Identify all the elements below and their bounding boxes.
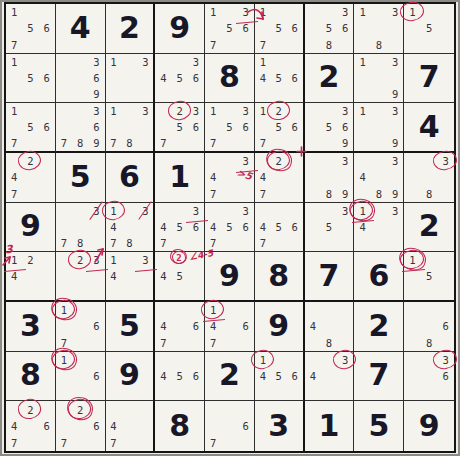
candidate-digit: 6 <box>238 119 254 135</box>
cell-r2c7[interactable]: 2 <box>305 54 355 104</box>
candidate-digit: 7 <box>6 36 22 52</box>
cell-r2c1[interactable]: 156 <box>6 54 56 104</box>
candidate-digit: 6 <box>88 70 104 86</box>
candidate-digit: 4 <box>255 368 271 384</box>
candidate-digit: 8 <box>72 235 88 251</box>
given-digit: 5 <box>354 401 403 451</box>
cell-r6c2[interactable]: 23 <box>56 252 106 302</box>
given-digit: 9 <box>155 4 204 53</box>
candidate-digit: 3 <box>238 103 254 119</box>
cell-r8c7[interactable]: 34 <box>305 352 355 402</box>
cell-r3c3[interactable]: 1378 <box>106 103 156 153</box>
candidate-digit: 3 <box>437 352 454 368</box>
candidate-digit: 3 <box>238 4 254 20</box>
cell-r6c7[interactable]: 7 <box>305 252 355 302</box>
cell-r8c4[interactable]: 456 <box>155 352 205 402</box>
cell-r2c3[interactable]: 13 <box>106 54 156 104</box>
candidate-digit: 8 <box>371 36 387 52</box>
given-digit: 9 <box>205 252 254 300</box>
given-digit: 5 <box>56 153 105 202</box>
cell-r7c7[interactable]: 48 <box>305 302 355 352</box>
candidate-digit: 1 <box>255 4 271 20</box>
candidate-digit: 4 <box>305 318 321 334</box>
candidate-digit: 8 <box>72 135 88 151</box>
cell-r4c7[interactable]: 389 <box>305 153 355 203</box>
cell-r8c8[interactable]: 7 <box>354 352 404 402</box>
candidate-digit: 7 <box>155 235 171 251</box>
candidate-digit: 1 <box>354 103 370 119</box>
candidate-digit: 5 <box>271 20 287 36</box>
cell-r9c1[interactable]: 2467 <box>6 401 56 451</box>
candidate-digit: 1 <box>205 4 221 20</box>
candidate-digit: 7 <box>56 434 72 451</box>
cell-r4c3[interactable]: 6 <box>106 153 156 203</box>
cell-r5c5[interactable]: 34567 <box>205 203 255 253</box>
candidate-digit: 6 <box>238 418 254 435</box>
candidate-digit: 4 <box>155 268 171 284</box>
cell-r3c5[interactable]: 13567 <box>205 103 255 153</box>
candidate-digit: 3 <box>387 4 403 20</box>
given-digit: 2 <box>354 302 403 351</box>
candidate-digit: 5 <box>172 219 188 235</box>
candidate-digit: 7 <box>205 135 221 151</box>
candidate-digit: 6 <box>38 119 54 135</box>
given-digit: 2 <box>106 4 154 53</box>
cell-r9c2[interactable]: 267 <box>56 401 106 451</box>
candidate-digit: 3 <box>137 252 153 268</box>
candidate-digit: 9 <box>337 185 353 201</box>
cell-r9c4[interactable]: 8 <box>155 401 205 451</box>
candidate-digit: 5 <box>22 20 38 36</box>
candidate-digit: 3 <box>88 54 104 70</box>
cell-r6c9[interactable]: 15 <box>404 252 454 302</box>
candidate-digit: 2 <box>72 252 88 268</box>
candidate-digit: 6 <box>88 318 104 334</box>
candidate-digit: 3 <box>238 153 254 169</box>
candidate-digit: 1 <box>255 54 271 70</box>
candidate-digit: 5 <box>321 119 337 135</box>
candidate-digit: 6 <box>188 318 204 334</box>
candidate-digit: 6 <box>287 70 303 86</box>
candidate-digit: 6 <box>287 219 303 235</box>
candidate-digit: 6 <box>88 418 104 435</box>
given-digit: 2 <box>404 203 454 252</box>
candidate-digit: 7 <box>6 185 22 201</box>
candidate-digit: 3 <box>238 203 254 219</box>
candidate-digit: 4 <box>255 219 271 235</box>
candidate-digit: 5 <box>271 119 287 135</box>
candidate-digit: 3 <box>387 153 403 169</box>
given-digit: 6 <box>106 153 154 202</box>
candidate-digit: 4 <box>205 219 221 235</box>
candidate-digit: 2 <box>271 103 287 119</box>
cell-r1c5[interactable]: 13567 <box>205 4 255 54</box>
candidate-digit: 7 <box>205 185 221 201</box>
candidate-digit: 7 <box>106 135 122 151</box>
given-digit: 9 <box>404 401 454 451</box>
candidate-digit: 2 <box>22 153 38 169</box>
candidate-digit: 6 <box>238 219 254 235</box>
candidate-digit: 7 <box>56 334 72 350</box>
candidate-digit: 8 <box>321 185 337 201</box>
given-digit: 8 <box>6 352 55 401</box>
candidate-digit: 7 <box>6 135 22 151</box>
candidate-digit: 6 <box>287 368 303 384</box>
candidate-digit: 1 <box>56 302 72 318</box>
candidate-digit: 5 <box>221 20 237 36</box>
given-digit: 6 <box>354 252 403 300</box>
cell-r6c8[interactable]: 6 <box>354 252 404 302</box>
cell-r7c2[interactable]: 167 <box>56 302 106 352</box>
candidate-digit: 5 <box>421 268 438 284</box>
given-digit: 7 <box>354 352 403 401</box>
candidate-digit: 4 <box>354 169 370 185</box>
candidate-digit: 5 <box>172 368 188 384</box>
candidate-digit: 1 <box>255 352 271 368</box>
given-digit: 9 <box>6 203 55 252</box>
candidate-digit: 8 <box>421 185 438 201</box>
candidate-digit: 5 <box>321 20 337 36</box>
cell-r1c3[interactable]: 2 <box>106 4 156 54</box>
cell-r6c4[interactable]: 45 <box>155 252 205 302</box>
candidate-digit: 7 <box>205 235 221 251</box>
cell-r6c3[interactable]: 134 <box>106 252 156 302</box>
candidate-digit: 5 <box>172 268 188 284</box>
cell-r3c6[interactable]: 12567 <box>255 103 305 153</box>
cell-r9c7[interactable]: 1 <box>305 401 355 451</box>
candidate-digit: 6 <box>337 20 353 36</box>
candidate-digit: 7 <box>155 135 171 151</box>
cell-r1c7[interactable]: 3568 <box>305 4 355 54</box>
cell-r7c9[interactable]: 68 <box>404 302 454 352</box>
candidate-digit: 4 <box>155 368 171 384</box>
candidate-digit: 6 <box>38 70 54 86</box>
candidate-digit: 3 <box>88 203 104 219</box>
candidate-digit: 6 <box>437 318 454 334</box>
candidate-digit: 3 <box>188 54 204 70</box>
candidate-digit: 1 <box>404 252 421 268</box>
candidate-digit: 5 <box>271 368 287 384</box>
candidate-digit: 6 <box>88 368 104 384</box>
candidate-digit: 9 <box>88 86 104 102</box>
candidate-digit: 4 <box>155 318 171 334</box>
candidate-digit: 3 <box>337 153 353 169</box>
candidate-digit: 1 <box>106 203 122 219</box>
cell-r3c9[interactable]: 4 <box>404 103 454 153</box>
candidate-digit: 3 <box>188 103 204 119</box>
given-digit: 2 <box>205 352 254 401</box>
candidate-digit: 1 <box>6 54 22 70</box>
candidate-digit: 5 <box>271 70 287 86</box>
candidate-digit: 6 <box>287 20 303 36</box>
cell-r7c4[interactable]: 467 <box>155 302 205 352</box>
cell-r6c6[interactable]: 8 <box>255 252 305 302</box>
candidate-digit: 5 <box>321 219 337 235</box>
candidate-digit: 6 <box>238 20 254 36</box>
candidate-digit: 2 <box>22 252 38 268</box>
candidate-digit: 3 <box>137 203 153 219</box>
cell-r9c6[interactable]: 3 <box>255 401 305 451</box>
candidate-digit: 6 <box>188 368 204 384</box>
candidate-digit: 8 <box>121 235 137 251</box>
candidate-digit: 1 <box>106 103 122 119</box>
cell-r8c9[interactable]: 36 <box>404 352 454 402</box>
candidate-digit: 8 <box>421 334 438 350</box>
cell-r8c1[interactable]: 8 <box>6 352 56 402</box>
candidate-digit: 2 <box>271 153 287 169</box>
candidate-digit: 1 <box>404 4 421 20</box>
candidate-digit: 2 <box>72 401 88 418</box>
candidate-digit: 5 <box>271 219 287 235</box>
cell-r1c8[interactable]: 138 <box>354 4 404 54</box>
candidate-digit: 5 <box>221 119 237 135</box>
cell-r3c4[interactable]: 23567 <box>155 103 205 153</box>
candidate-digit: 7 <box>106 235 122 251</box>
cell-r4c5[interactable]: 347 <box>205 153 255 203</box>
cell-r7c3[interactable]: 5 <box>106 302 156 352</box>
cell-r3c2[interactable]: 36789 <box>56 103 106 153</box>
candidate-digit: 6 <box>88 119 104 135</box>
candidate-digit: 8 <box>371 185 387 201</box>
given-digit: 9 <box>255 302 303 351</box>
candidate-digit: 5 <box>421 20 438 36</box>
candidate-digit: 9 <box>387 86 403 102</box>
candidate-digit: 9 <box>337 135 353 151</box>
candidate-digit: 6 <box>188 70 204 86</box>
candidate-digit: 1 <box>354 4 370 20</box>
given-digit: 9 <box>106 352 154 401</box>
cell-r9c5[interactable]: 67 <box>205 401 255 451</box>
cell-r7c6[interactable]: 9 <box>255 302 305 352</box>
cell-r4c2[interactable]: 5 <box>56 153 106 203</box>
candidate-digit: 7 <box>205 434 221 451</box>
cell-r6c5[interactable]: 9 <box>205 252 255 302</box>
candidate-digit: 7 <box>205 334 221 350</box>
cell-r5c8[interactable]: 134 <box>354 203 404 253</box>
candidate-digit: 7 <box>56 235 72 251</box>
candidate-digit: 7 <box>106 434 122 451</box>
cell-r8c3[interactable]: 9 <box>106 352 156 402</box>
cell-r4c4[interactable]: 1 <box>155 153 205 203</box>
candidate-digit: 7 <box>56 135 72 151</box>
candidate-digit: 4 <box>155 70 171 86</box>
candidate-digit: 5 <box>172 119 188 135</box>
given-digit: 8 <box>205 54 254 103</box>
candidate-digit: 1 <box>205 103 221 119</box>
candidate-digit: 1 <box>354 203 370 219</box>
given-digit: 7 <box>404 54 454 103</box>
given-digit: 4 <box>404 103 454 151</box>
cell-r5c1[interactable]: 9 <box>6 203 56 253</box>
cell-r2c4[interactable]: 3456 <box>155 54 205 104</box>
cell-r1c6[interactable]: 1567 <box>255 4 305 54</box>
candidate-digit: 3 <box>387 103 403 119</box>
cell-r8c2[interactable]: 16 <box>56 352 106 402</box>
cell-r2c6[interactable]: 1456 <box>255 54 305 104</box>
cell-r9c9[interactable]: 9 <box>404 401 454 451</box>
candidate-digit: 5 <box>22 119 38 135</box>
candidate-digit: 3 <box>337 4 353 20</box>
candidate-digit: 4 <box>6 169 22 185</box>
candidate-digit: 6 <box>337 119 353 135</box>
cell-r5c6[interactable]: 4567 <box>255 203 305 253</box>
candidate-digit: 2 <box>22 401 38 418</box>
candidate-digit: 6 <box>238 318 254 334</box>
cell-r7c1[interactable]: 3 <box>6 302 56 352</box>
candidate-digit: 1 <box>6 252 22 268</box>
candidate-digit: 6 <box>188 219 204 235</box>
candidate-digit: 3 <box>437 153 454 169</box>
candidate-digit: 3 <box>88 103 104 119</box>
cell-r4c1[interactable]: 247 <box>6 153 56 203</box>
candidate-digit: 5 <box>221 219 237 235</box>
candidate-digit: 1 <box>106 252 122 268</box>
cell-r2c9[interactable]: 7 <box>404 54 454 104</box>
candidate-digit: 3 <box>88 252 104 268</box>
candidate-digit: 2 <box>172 103 188 119</box>
cell-r7c8[interactable]: 2 <box>354 302 404 352</box>
given-digit: 4 <box>56 4 105 53</box>
candidate-digit: 3 <box>387 54 403 70</box>
candidate-digit: 6 <box>38 20 54 36</box>
candidate-digit: 4 <box>255 70 271 86</box>
candidate-digit: 5 <box>172 70 188 86</box>
cell-r8c6[interactable]: 1456 <box>255 352 305 402</box>
candidate-digit: 7 <box>255 135 271 151</box>
cell-r2c8[interactable]: 139 <box>354 54 404 104</box>
candidate-digit: 1 <box>255 103 271 119</box>
candidate-digit: 5 <box>22 70 38 86</box>
candidate-digit: 6 <box>287 119 303 135</box>
cell-r1c9[interactable]: 15 <box>404 4 454 54</box>
cell-r8c5[interactable]: 2 <box>205 352 255 402</box>
given-digit: 3 <box>6 302 55 351</box>
candidate-digit: 3 <box>337 203 353 219</box>
cell-r3c8[interactable]: 139 <box>354 103 404 153</box>
candidate-digit: 3 <box>137 103 153 119</box>
candidate-digit: 3 <box>337 103 353 119</box>
candidate-digit: 4 <box>106 268 122 284</box>
cell-r5c9[interactable]: 2 <box>404 203 454 253</box>
candidate-digit: 9 <box>88 135 104 151</box>
candidate-digit: 1 <box>6 103 22 119</box>
candidate-digit: 4 <box>6 268 22 284</box>
given-digit: 8 <box>255 252 303 300</box>
cell-r1c4[interactable]: 9 <box>155 4 205 54</box>
sudoku-board: 1567429135671567356813815156369133456814… <box>4 2 456 453</box>
given-digit: 5 <box>106 302 154 351</box>
cell-r9c3[interactable]: 47 <box>106 401 156 451</box>
cell-r4c8[interactable]: 3489 <box>354 153 404 203</box>
cell-r5c7[interactable]: 35 <box>305 203 355 253</box>
candidate-digit: 4 <box>106 418 122 435</box>
candidate-digit: 9 <box>387 185 403 201</box>
candidate-digit: 3 <box>337 352 353 368</box>
candidate-digit: 7 <box>6 434 22 451</box>
candidate-digit: 7 <box>155 334 171 350</box>
cell-r2c2[interactable]: 369 <box>56 54 106 104</box>
candidate-digit: 7 <box>255 36 271 52</box>
candidate-digit: 3 <box>387 203 403 219</box>
candidate-digit: 4 <box>106 219 122 235</box>
cell-r7c5[interactable]: 1467 <box>205 302 255 352</box>
cell-r5c2[interactable]: 378 <box>56 203 106 253</box>
cell-r4c9[interactable]: 38 <box>404 153 454 203</box>
candidate-digit: 1 <box>205 302 221 318</box>
cell-r9c8[interactable]: 5 <box>354 401 404 451</box>
given-digit: 8 <box>155 401 204 451</box>
cell-r1c2[interactable]: 4 <box>56 4 106 54</box>
candidate-digit: 7 <box>255 235 271 251</box>
candidate-digit: 8 <box>321 36 337 52</box>
cell-r3c7[interactable]: 3569 <box>305 103 355 153</box>
candidate-digit: 1 <box>6 4 22 20</box>
given-digit: 1 <box>305 401 354 451</box>
given-digit: 7 <box>305 252 354 300</box>
candidate-digit: 6 <box>38 418 54 435</box>
candidate-digit: 1 <box>56 352 72 368</box>
candidate-digit: 4 <box>6 418 22 435</box>
candidate-digit: 9 <box>387 135 403 151</box>
cell-r3c1[interactable]: 1567 <box>6 103 56 153</box>
cell-r5c4[interactable]: 34567 <box>155 203 205 253</box>
candidate-digit: 7 <box>255 185 271 201</box>
candidate-digit: 8 <box>121 135 137 151</box>
given-digit: 2 <box>305 54 354 103</box>
candidate-digit: 4 <box>155 219 171 235</box>
candidate-digit: 6 <box>188 119 204 135</box>
candidate-digit: 1 <box>106 54 122 70</box>
cell-r5c3[interactable]: 13478 <box>106 203 156 253</box>
given-digit: 3 <box>255 401 303 451</box>
candidate-digit: 8 <box>321 334 337 350</box>
candidate-digit: 4 <box>255 169 271 185</box>
candidate-digit: 1 <box>354 54 370 70</box>
cell-r1c1[interactable]: 1567 <box>6 4 56 54</box>
candidate-digit: 4 <box>205 169 221 185</box>
cell-r4c6[interactable]: 247 <box>255 153 305 203</box>
cell-r6c1[interactable]: 124 <box>6 252 56 302</box>
candidate-digit: 6 <box>437 368 454 384</box>
candidate-digit: 4 <box>305 368 321 384</box>
candidate-digit: 3 <box>188 203 204 219</box>
candidate-digit: 4 <box>205 318 221 334</box>
candidate-digit: 3 <box>137 54 153 70</box>
candidate-digit: 4 <box>354 219 370 235</box>
candidate-digit: 7 <box>205 36 221 52</box>
cell-r2c5[interactable]: 8 <box>205 54 255 104</box>
given-digit: 1 <box>155 153 204 202</box>
